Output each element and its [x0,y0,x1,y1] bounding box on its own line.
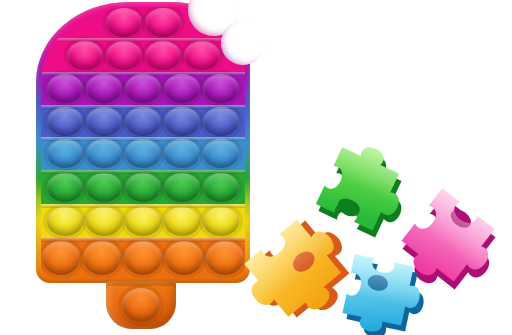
popit-bubble-row-6-5[interactable] [203,173,239,202]
popit-bubble-row-4-4[interactable] [164,107,200,136]
popit-bubble-row-8-1[interactable] [42,241,80,275]
popit-bubble-row-5-5[interactable] [203,139,239,168]
popit-bubble-row-3-3[interactable] [125,74,161,103]
popit-row-6-green [41,170,245,204]
popit-bubble-row-6-2[interactable] [86,173,122,202]
popit-bubble-row-2-3[interactable] [145,41,181,70]
popit-row-8-orange [41,238,245,278]
popit-bubble-row-8-2[interactable] [83,241,121,275]
popit-bubble-row-6-3[interactable] [125,173,161,202]
popit-toy [36,2,250,283]
popit-row-5-blue [41,137,245,170]
popit-bubble-row-4-2[interactable] [86,107,122,136]
popit-bubble-row-8-4[interactable] [165,241,203,275]
popit-bubble-row-8-3[interactable] [124,241,162,275]
popit-bubble-row-2-1[interactable] [67,41,103,70]
popit-bubble-row-1-2[interactable] [145,8,181,37]
popit-bubble-row-2-2[interactable] [106,41,142,70]
popit-bubble-stick-1[interactable] [122,288,160,322]
popit-bubble-row-7-1[interactable] [47,207,83,236]
popit-row-7-yellow [41,204,245,238]
popit-bubble-row-5-2[interactable] [86,139,122,168]
popit-bubble-row-6-1[interactable] [47,173,83,202]
toy-and-puzzle-image [0,0,512,335]
popit-bubble-row-4-3[interactable] [125,107,161,136]
popit-stick [106,281,176,329]
popit-bubble-row-3-1[interactable] [47,74,83,103]
popit-bubble-row-7-5[interactable] [203,207,239,236]
popit-bubble-row-4-1[interactable] [47,107,83,136]
popit-bubble-row-7-2[interactable] [86,207,122,236]
popit-bubble-row-3-4[interactable] [164,74,200,103]
bite-mark [221,21,265,65]
popit-bubble-row-5-4[interactable] [164,139,200,168]
popit-bubble-row-3-2[interactable] [86,74,122,103]
popit-bubble-row-3-5[interactable] [203,74,239,103]
popit-bubble-row-1-1[interactable] [106,8,142,37]
popit-row-4-violet-blue [41,105,245,137]
popit-row-3-purple [41,72,245,105]
popit-bubble-row-2-4[interactable] [184,41,220,70]
popit-bubble-row-7-4[interactable] [164,207,200,236]
popit-row-2-pink [41,38,245,72]
popit-bubble-row-4-5[interactable] [203,107,239,136]
popit-bubble-row-5-3[interactable] [125,139,161,168]
popit-bubble-row-5-1[interactable] [47,139,83,168]
popit-bubble-row-6-4[interactable] [164,173,200,202]
popit-body [41,7,245,278]
popit-bubble-row-7-3[interactable] [125,207,161,236]
